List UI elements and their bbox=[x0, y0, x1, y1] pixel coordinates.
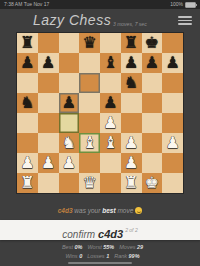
feedback-text-a: was your bbox=[74, 207, 100, 214]
square-e7[interactable]: ♝ bbox=[100, 53, 121, 73]
square-h2[interactable] bbox=[162, 153, 183, 173]
white-rook-f1[interactable]: ♜ bbox=[121, 173, 142, 193]
square-h1[interactable] bbox=[162, 173, 183, 193]
move-feedback-message: c4d3 was your best move bbox=[0, 207, 200, 214]
feedback-move: c4d3 bbox=[58, 207, 73, 214]
app-title: Lazy Chess bbox=[33, 12, 111, 28]
square-d2[interactable] bbox=[79, 153, 100, 173]
stats-row-1: Best0%Worst55%Moves29 bbox=[0, 244, 200, 250]
white-king-g1[interactable]: ♚ bbox=[142, 173, 163, 193]
stat-label-best: Best bbox=[62, 244, 73, 250]
square-d5[interactable] bbox=[79, 93, 100, 113]
square-e8[interactable] bbox=[100, 33, 121, 53]
square-e1[interactable] bbox=[100, 173, 121, 193]
square-b1[interactable] bbox=[38, 173, 59, 193]
white-pawn-e4[interactable]: ♟ bbox=[100, 113, 121, 133]
square-f5[interactable] bbox=[121, 93, 142, 113]
square-c7[interactable] bbox=[59, 53, 80, 73]
square-d1[interactable]: ♛ bbox=[79, 173, 100, 193]
white-rook-a1[interactable]: ♜ bbox=[17, 173, 38, 193]
square-f2[interactable]: ♟ bbox=[121, 153, 142, 173]
white-pawn-f2[interactable]: ♟ bbox=[121, 153, 142, 173]
square-h4[interactable] bbox=[162, 113, 183, 133]
square-a2[interactable]: ♟ bbox=[17, 153, 38, 173]
clock-and-date: 7:38 AM Tue Nov 17 bbox=[4, 0, 49, 9]
stat-label-wins: Wins bbox=[65, 253, 77, 259]
square-f6[interactable]: ♞ bbox=[121, 73, 142, 93]
square-c3[interactable]: ♞ bbox=[59, 133, 80, 153]
white-bishop-e3[interactable]: ♝ bbox=[100, 133, 121, 153]
square-g6[interactable] bbox=[142, 73, 163, 93]
square-e4[interactable]: ♟ bbox=[100, 113, 121, 133]
black-bishop-e7[interactable]: ♝ bbox=[100, 53, 121, 73]
black-pawn-h7[interactable]: ♟ bbox=[162, 53, 183, 73]
square-a5[interactable]: ♞ bbox=[17, 93, 38, 113]
feedback-text-b: best bbox=[102, 207, 115, 214]
square-b2[interactable]: ♟ bbox=[38, 153, 59, 173]
square-e3[interactable]: ♝ bbox=[100, 133, 121, 153]
square-b8[interactable] bbox=[38, 33, 59, 53]
stat-label-losses: Losses bbox=[87, 253, 104, 259]
black-pawn-f7[interactable]: ♟ bbox=[121, 53, 142, 73]
battery-icon bbox=[185, 2, 196, 8]
white-pawn-c2[interactable]: ♟ bbox=[59, 153, 80, 173]
stat-value-rank: 99% bbox=[129, 253, 140, 259]
square-d4[interactable] bbox=[79, 113, 100, 133]
black-knight-a5[interactable]: ♞ bbox=[17, 93, 38, 113]
black-pawn-c5[interactable]: ♟ bbox=[59, 93, 80, 113]
square-c5[interactable]: ♟ bbox=[59, 93, 80, 113]
black-pawn-a7[interactable]: ♟ bbox=[17, 53, 38, 73]
square-c2[interactable]: ♟ bbox=[59, 153, 80, 173]
square-c1[interactable] bbox=[59, 173, 80, 193]
app-screen: 7:38 AM Tue Nov 17 100% Lazy Chess 3 mov… bbox=[0, 0, 200, 266]
square-e6[interactable] bbox=[100, 73, 121, 93]
square-c4[interactable] bbox=[59, 113, 80, 133]
white-pawn-h3[interactable]: ♟ bbox=[162, 133, 183, 153]
square-a6[interactable] bbox=[17, 73, 38, 93]
square-g5[interactable] bbox=[142, 93, 163, 113]
square-f1[interactable]: ♜ bbox=[121, 173, 142, 193]
square-h8[interactable] bbox=[162, 33, 183, 53]
white-pawn-b2[interactable]: ♟ bbox=[38, 153, 59, 173]
hamburger-menu-icon[interactable] bbox=[178, 14, 192, 26]
white-queen-d1[interactable]: ♛ bbox=[79, 173, 100, 193]
square-b5[interactable] bbox=[38, 93, 59, 113]
status-bar: 7:38 AM Tue Nov 17 100% bbox=[0, 0, 200, 9]
white-pawn-a2[interactable]: ♟ bbox=[17, 153, 38, 173]
square-h7[interactable]: ♟ bbox=[162, 53, 183, 73]
square-g8[interactable]: ♚ bbox=[142, 33, 163, 53]
stat-label-worst: Worst bbox=[87, 244, 101, 250]
black-rook-a8[interactable]: ♜ bbox=[17, 33, 38, 53]
square-e5[interactable]: ♟ bbox=[100, 93, 121, 113]
square-d7[interactable] bbox=[79, 53, 100, 73]
chess-board[interactable]: ♜♛♜♚♟♟♝♟♟♟♞♞♟♟♟♞♝♝♟♟♟♟♟♟♜♛♜♚ bbox=[17, 33, 183, 193]
square-g4[interactable] bbox=[142, 113, 163, 133]
black-pawn-b7[interactable]: ♟ bbox=[38, 53, 59, 73]
square-h5[interactable] bbox=[162, 93, 183, 113]
black-pawn-g7[interactable]: ♟ bbox=[142, 53, 163, 73]
square-a1[interactable]: ♜ bbox=[17, 173, 38, 193]
stat-value-best: 0% bbox=[74, 244, 82, 250]
square-g3[interactable] bbox=[142, 133, 163, 153]
square-f4[interactable] bbox=[121, 113, 142, 133]
square-e2[interactable] bbox=[100, 153, 121, 173]
square-g1[interactable]: ♚ bbox=[142, 173, 163, 193]
white-pawn-f3[interactable]: ♟ bbox=[121, 133, 142, 153]
stats-row-2: Wins0Losses1Rank99% bbox=[0, 253, 200, 259]
square-a8[interactable]: ♜ bbox=[17, 33, 38, 53]
stat-value-moves: 29 bbox=[137, 244, 143, 250]
square-b3[interactable] bbox=[38, 133, 59, 153]
black-rook-f8[interactable]: ♜ bbox=[121, 33, 142, 53]
white-bishop-d3[interactable]: ♝ bbox=[79, 133, 100, 153]
confirm-counter: 2 of 2 bbox=[125, 227, 138, 233]
app-subtitle: 3 moves, 7 sec bbox=[113, 21, 147, 27]
square-d6[interactable] bbox=[79, 73, 100, 93]
black-pawn-e5[interactable]: ♟ bbox=[100, 93, 121, 113]
square-d8[interactable]: ♛ bbox=[79, 33, 100, 53]
header: Lazy Chess 3 moves, 7 sec bbox=[0, 9, 200, 33]
stat-value-losses: 1 bbox=[106, 253, 109, 259]
square-c8[interactable] bbox=[59, 33, 80, 53]
stat-label-moves: Moves bbox=[119, 244, 135, 250]
home-indicator[interactable] bbox=[68, 262, 132, 265]
square-a7[interactable]: ♟ bbox=[17, 53, 38, 73]
square-b7[interactable]: ♟ bbox=[38, 53, 59, 73]
square-g2[interactable] bbox=[142, 153, 163, 173]
confirm-move-button[interactable]: confirmc4d32 of 2 bbox=[0, 220, 200, 240]
black-queen-d8[interactable]: ♛ bbox=[79, 33, 100, 53]
stats-panel: Best0%Worst55%Moves29 Wins0Losses1Rank99… bbox=[0, 244, 200, 261]
smiley-icon bbox=[135, 207, 142, 214]
square-g7[interactable]: ♟ bbox=[142, 53, 163, 73]
square-a3[interactable] bbox=[17, 133, 38, 153]
square-b4[interactable] bbox=[38, 113, 59, 133]
black-knight-f6[interactable]: ♞ bbox=[121, 73, 142, 93]
black-king-g8[interactable]: ♚ bbox=[142, 33, 163, 53]
square-a4[interactable] bbox=[17, 113, 38, 133]
battery-percent: 100% bbox=[170, 0, 183, 9]
square-b6[interactable] bbox=[38, 73, 59, 93]
square-d3[interactable]: ♝ bbox=[79, 133, 100, 153]
confirm-move-text: c4d3 bbox=[98, 228, 123, 240]
feedback-text-c: move bbox=[117, 207, 133, 214]
square-h3[interactable]: ♟ bbox=[162, 133, 183, 153]
square-h6[interactable] bbox=[162, 73, 183, 93]
square-f3[interactable]: ♟ bbox=[121, 133, 142, 153]
square-f8[interactable]: ♜ bbox=[121, 33, 142, 53]
white-knight-c3[interactable]: ♞ bbox=[59, 133, 80, 153]
stat-value-wins: 0 bbox=[79, 253, 82, 259]
square-c6[interactable] bbox=[59, 73, 80, 93]
stat-value-worst: 55% bbox=[103, 244, 114, 250]
confirm-label: confirm bbox=[62, 229, 95, 240]
stat-label-rank: Rank bbox=[114, 253, 127, 259]
square-f7[interactable]: ♟ bbox=[121, 53, 142, 73]
